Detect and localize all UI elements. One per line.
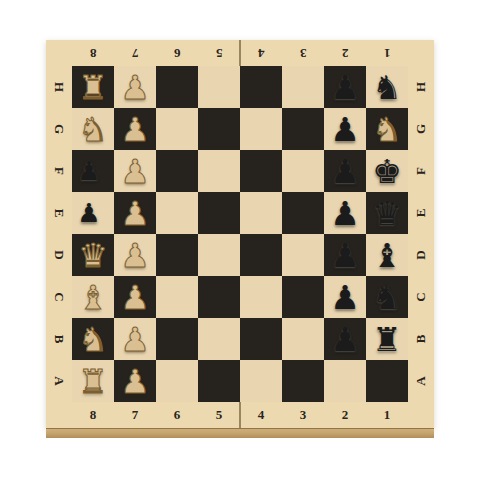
square-f4[interactable]	[240, 150, 282, 192]
square-g7[interactable]: ♟	[114, 108, 156, 150]
square-d5[interactable]	[198, 234, 240, 276]
coord-label-text: H	[51, 82, 67, 92]
coord-label-right-B: B	[408, 318, 434, 360]
product-photo-scene: 87654321H♜♟♟♞HG♞♟♟♞GF♟♟♟♚FE♟♟♟♛ED♛♟♟♝DC♝…	[0, 0, 480, 480]
coord-label-left-E: E	[46, 192, 72, 234]
coord-label-text: 7	[132, 407, 139, 423]
coord-label-text: F	[413, 167, 429, 175]
square-a1[interactable]	[366, 360, 408, 402]
square-a2[interactable]	[324, 360, 366, 402]
square-h3[interactable]	[282, 66, 324, 108]
piece-white-pawn[interactable]: ♟	[120, 71, 150, 104]
board-corner-bottom-right	[408, 402, 434, 428]
piece-white-pawn[interactable]: ♟	[120, 281, 150, 314]
coord-label-right-E: E	[408, 192, 434, 234]
coord-label-left-D: D	[46, 234, 72, 276]
square-f2[interactable]: ♟	[324, 150, 366, 192]
square-h1[interactable]: ♞	[366, 66, 408, 108]
piece-black-pawn[interactable]: ♟	[330, 281, 360, 314]
coord-label-top-8: 8	[72, 40, 114, 66]
piece-white-rook[interactable]: ♜	[78, 71, 108, 104]
chess-board-wrap: 87654321H♜♟♟♞HG♞♟♟♞GF♟♟♟♚FE♟♟♟♛ED♛♟♟♝DC♝…	[46, 40, 434, 438]
coord-label-text: B	[51, 335, 67, 344]
piece-white-bishop[interactable]: ♝	[78, 281, 108, 314]
coord-label-bottom-8: 8	[72, 402, 114, 428]
square-d7[interactable]: ♟	[114, 234, 156, 276]
coord-label-top-5: 5	[198, 40, 240, 66]
square-a8[interactable]: ♜	[72, 360, 114, 402]
square-c3[interactable]	[282, 276, 324, 318]
square-f6[interactable]	[156, 150, 198, 192]
board-side-edge	[46, 428, 434, 438]
piece-white-pawn[interactable]: ♟	[120, 197, 150, 230]
piece-black-pawn[interactable]: ♟	[77, 158, 100, 184]
coord-label-text: 6	[174, 45, 181, 61]
coord-label-top-4: 4	[240, 40, 282, 66]
coord-label-top-6: 6	[156, 40, 198, 66]
piece-black-pawn[interactable]: ♟	[330, 323, 360, 356]
square-d8[interactable]: ♛	[72, 234, 114, 276]
coord-label-text: 8	[90, 45, 97, 61]
piece-white-queen[interactable]: ♛	[78, 239, 108, 272]
piece-white-pawn[interactable]: ♟	[120, 113, 150, 146]
piece-black-pawn[interactable]: ♟	[330, 155, 360, 188]
coord-label-bottom-5: 5	[198, 402, 240, 428]
square-e8[interactable]: ♟	[72, 192, 114, 234]
square-d2[interactable]: ♟	[324, 234, 366, 276]
square-e7[interactable]: ♟	[114, 192, 156, 234]
coord-label-text: 3	[300, 45, 307, 61]
square-d6[interactable]	[156, 234, 198, 276]
chess-board: 87654321H♜♟♟♞HG♞♟♟♞GF♟♟♟♚FE♟♟♟♛ED♛♟♟♝DC♝…	[46, 40, 434, 428]
square-e2[interactable]: ♟	[324, 192, 366, 234]
coord-label-top-7: 7	[114, 40, 156, 66]
coord-label-right-F: F	[408, 150, 434, 192]
coord-label-text: 5	[216, 45, 223, 61]
square-g4[interactable]	[240, 108, 282, 150]
coord-label-left-H: H	[46, 66, 72, 108]
square-b7[interactable]: ♟	[114, 318, 156, 360]
coord-label-text: 4	[258, 407, 265, 423]
coord-label-text: 2	[342, 407, 349, 423]
piece-white-rook[interactable]: ♜	[78, 365, 108, 398]
square-h7[interactable]: ♟	[114, 66, 156, 108]
coord-label-text: D	[51, 250, 67, 259]
piece-black-pawn[interactable]: ♟	[330, 197, 360, 230]
coord-label-right-D: D	[408, 234, 434, 276]
coord-label-text: 8	[90, 407, 97, 423]
coord-label-text: 3	[300, 407, 307, 423]
piece-black-pawn[interactable]: ♟	[77, 200, 100, 226]
piece-black-bishop[interactable]: ♝	[372, 239, 402, 272]
square-a7[interactable]: ♟	[114, 360, 156, 402]
square-b2[interactable]: ♟	[324, 318, 366, 360]
coord-label-right-G: G	[408, 108, 434, 150]
square-h2[interactable]: ♟	[324, 66, 366, 108]
square-c6[interactable]	[156, 276, 198, 318]
piece-white-pawn[interactable]: ♟	[120, 365, 150, 398]
square-e3[interactable]	[282, 192, 324, 234]
piece-black-pawn[interactable]: ♟	[330, 239, 360, 272]
square-a6[interactable]	[156, 360, 198, 402]
square-f8[interactable]: ♟	[72, 150, 114, 192]
piece-white-knight[interactable]: ♞	[78, 113, 108, 146]
square-h4[interactable]	[240, 66, 282, 108]
piece-black-knight[interactable]: ♞	[372, 71, 402, 104]
square-c4[interactable]	[240, 276, 282, 318]
piece-black-pawn[interactable]: ♟	[330, 71, 360, 104]
square-c8[interactable]: ♝	[72, 276, 114, 318]
coord-label-text: 4	[258, 45, 265, 61]
square-c7[interactable]: ♟	[114, 276, 156, 318]
square-g1[interactable]: ♞	[366, 108, 408, 150]
square-f1[interactable]: ♚	[366, 150, 408, 192]
coord-label-right-A: A	[408, 360, 434, 402]
square-c2[interactable]: ♟	[324, 276, 366, 318]
square-b1[interactable]: ♜	[366, 318, 408, 360]
coord-label-text: 5	[216, 407, 223, 423]
coord-label-left-A: A	[46, 360, 72, 402]
square-b5[interactable]	[198, 318, 240, 360]
coord-label-bottom-4: 4	[240, 402, 282, 428]
square-f5[interactable]	[198, 150, 240, 192]
square-a5[interactable]	[198, 360, 240, 402]
square-d3[interactable]	[282, 234, 324, 276]
square-f3[interactable]	[282, 150, 324, 192]
piece-black-king[interactable]: ♚	[372, 155, 402, 188]
board-corner-top-left	[46, 40, 72, 66]
coord-label-left-C: C	[46, 276, 72, 318]
coord-label-top-2: 2	[324, 40, 366, 66]
square-h6[interactable]	[156, 66, 198, 108]
piece-black-rook[interactable]: ♜	[372, 323, 402, 356]
square-g5[interactable]	[198, 108, 240, 150]
coord-label-bottom-1: 1	[366, 402, 408, 428]
coord-label-text: 7	[132, 45, 139, 61]
coord-label-bottom-2: 2	[324, 402, 366, 428]
coord-label-bottom-7: 7	[114, 402, 156, 428]
coord-label-text: G	[413, 124, 429, 134]
coord-label-text: 6	[174, 407, 181, 423]
square-e5[interactable]	[198, 192, 240, 234]
piece-white-knight[interactable]: ♞	[372, 113, 402, 146]
coord-label-text: B	[413, 335, 429, 344]
square-c5[interactable]	[198, 276, 240, 318]
coord-label-top-1: 1	[366, 40, 408, 66]
piece-white-pawn[interactable]: ♟	[120, 239, 150, 272]
square-d4[interactable]	[240, 234, 282, 276]
piece-white-pawn[interactable]: ♟	[120, 155, 150, 188]
square-e6[interactable]	[156, 192, 198, 234]
piece-black-queen[interactable]: ♛	[372, 197, 402, 230]
coord-label-text: 1	[384, 45, 391, 61]
square-h5[interactable]	[198, 66, 240, 108]
coord-label-left-F: F	[46, 150, 72, 192]
piece-black-pawn[interactable]: ♟	[330, 113, 360, 146]
coord-label-text: C	[413, 292, 429, 301]
square-g8[interactable]: ♞	[72, 108, 114, 150]
square-e1[interactable]: ♛	[366, 192, 408, 234]
coord-label-text: D	[413, 250, 429, 259]
square-a3[interactable]	[282, 360, 324, 402]
square-g6[interactable]	[156, 108, 198, 150]
piece-white-pawn[interactable]: ♟	[120, 323, 150, 356]
coord-label-text: G	[51, 124, 67, 134]
board-corner-bottom-left	[46, 402, 72, 428]
piece-white-knight[interactable]: ♞	[78, 323, 108, 356]
coord-label-text: E	[51, 209, 67, 218]
piece-black-knight[interactable]: ♞	[372, 281, 402, 314]
coord-label-right-H: H	[408, 66, 434, 108]
square-b3[interactable]	[282, 318, 324, 360]
square-e4[interactable]	[240, 192, 282, 234]
coord-label-text: C	[51, 292, 67, 301]
coord-label-bottom-3: 3	[282, 402, 324, 428]
coord-label-text: E	[413, 209, 429, 218]
square-h8[interactable]: ♜	[72, 66, 114, 108]
board-corner-top-right	[408, 40, 434, 66]
coord-label-text: 1	[384, 407, 391, 423]
coord-label-text: 2	[342, 45, 349, 61]
coord-label-right-C: C	[408, 276, 434, 318]
coord-label-left-B: B	[46, 318, 72, 360]
square-g2[interactable]: ♟	[324, 108, 366, 150]
coord-label-bottom-6: 6	[156, 402, 198, 428]
coord-label-text: A	[413, 376, 429, 385]
square-f7[interactable]: ♟	[114, 150, 156, 192]
square-g3[interactable]	[282, 108, 324, 150]
square-d1[interactable]: ♝	[366, 234, 408, 276]
coord-label-text: A	[51, 376, 67, 385]
coord-label-text: F	[51, 167, 67, 175]
square-c1[interactable]: ♞	[366, 276, 408, 318]
coord-label-text: H	[413, 82, 429, 92]
square-b8[interactable]: ♞	[72, 318, 114, 360]
square-b6[interactable]	[156, 318, 198, 360]
square-a4[interactable]	[240, 360, 282, 402]
square-b4[interactable]	[240, 318, 282, 360]
coord-label-left-G: G	[46, 108, 72, 150]
coord-label-top-3: 3	[282, 40, 324, 66]
